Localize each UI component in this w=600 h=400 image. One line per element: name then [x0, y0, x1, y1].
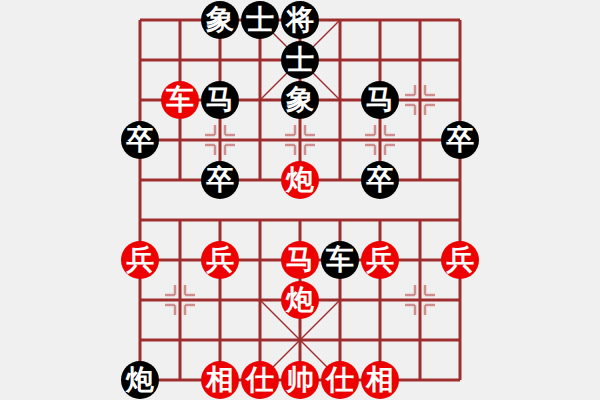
red-elephant[interactable]: 相 [361, 361, 399, 399]
red-advisor[interactable]: 仕 [241, 361, 279, 399]
black-advisor[interactable]: 士 [281, 41, 319, 79]
red-horse[interactable]: 马 [281, 241, 319, 279]
red-soldier[interactable]: 兵 [441, 241, 479, 279]
red-cannon[interactable]: 炮 [281, 161, 319, 199]
black-advisor[interactable]: 士 [241, 1, 279, 39]
red-cannon[interactable]: 炮 [281, 281, 319, 319]
board-grid[interactable]: 象士将士车马象马卒卒卒炮卒兵兵马车兵兵炮炮相仕帅仕相 [120, 0, 480, 400]
black-horse[interactable]: 马 [361, 81, 399, 119]
black-elephant[interactable]: 象 [201, 1, 239, 39]
black-soldier[interactable]: 卒 [201, 161, 239, 199]
black-soldier[interactable]: 卒 [121, 121, 159, 159]
black-cannon[interactable]: 炮 [121, 361, 159, 399]
black-elephant[interactable]: 象 [281, 81, 319, 119]
black-horse[interactable]: 马 [201, 81, 239, 119]
red-soldier[interactable]: 兵 [201, 241, 239, 279]
black-soldier[interactable]: 卒 [361, 161, 399, 199]
red-advisor[interactable]: 仕 [321, 361, 359, 399]
black-chariot[interactable]: 车 [321, 241, 359, 279]
xiangqi-screen: 象士将士车马象马卒卒卒炮卒兵兵马车兵兵炮炮相仕帅仕相 [0, 0, 600, 400]
red-general[interactable]: 帅 [281, 361, 319, 399]
red-soldier[interactable]: 兵 [361, 241, 399, 279]
black-general[interactable]: 将 [281, 1, 319, 39]
red-chariot[interactable]: 车 [161, 81, 199, 119]
red-soldier[interactable]: 兵 [121, 241, 159, 279]
black-soldier[interactable]: 卒 [441, 121, 479, 159]
red-elephant[interactable]: 相 [201, 361, 239, 399]
